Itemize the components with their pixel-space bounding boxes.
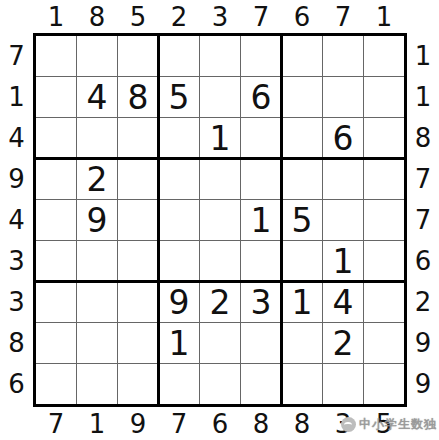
cell-r9c1[interactable]: [36, 364, 76, 404]
cell-r7c7[interactable]: 1: [282, 282, 322, 322]
cell-r3c6[interactable]: [241, 118, 281, 158]
cell-r4c2[interactable]: 2: [77, 159, 117, 199]
cell-r7c3[interactable]: [118, 282, 158, 322]
clue-top-3: 5: [118, 0, 158, 33]
clue-left-7: 3: [0, 282, 33, 322]
clue-top-7: 6: [282, 0, 322, 33]
clue-top-8: 7: [323, 0, 363, 33]
clue-left-4: 9: [0, 159, 33, 199]
cell-r6c6[interactable]: [241, 241, 281, 281]
cell-r3c8[interactable]: 6: [323, 118, 363, 158]
clue-bottom-5: 6: [200, 407, 240, 440]
clue-bottom-2: 1: [77, 407, 117, 440]
cell-r6c1[interactable]: [36, 241, 76, 281]
cell-r2c5[interactable]: [200, 77, 240, 117]
clue-bottom-1: 7: [36, 407, 76, 440]
cell-r9c2[interactable]: [77, 364, 117, 404]
clue-top-2: 8: [77, 0, 117, 33]
cell-r6c8[interactable]: 1: [323, 241, 363, 281]
cell-r2c9[interactable]: [364, 77, 404, 117]
cell-r1c6[interactable]: [241, 36, 281, 76]
clue-left-9: 6: [0, 364, 33, 404]
cell-r5c1[interactable]: [36, 200, 76, 240]
top-clues: 185237671: [33, 0, 407, 33]
cell-r1c1[interactable]: [36, 36, 76, 76]
cell-r3c3[interactable]: [118, 118, 158, 158]
cell-r5c4[interactable]: [159, 200, 199, 240]
clue-left-2: 1: [0, 77, 33, 117]
cell-r1c5[interactable]: [200, 36, 240, 76]
clue-right-3: 8: [407, 118, 439, 158]
cell-r6c7[interactable]: [282, 241, 322, 281]
clue-bottom-6: 8: [241, 407, 281, 440]
clue-bottom-9: 5: [364, 407, 404, 440]
clue-left-1: 7: [0, 36, 33, 76]
cell-r2c3[interactable]: 8: [118, 77, 158, 117]
cell-r6c2[interactable]: [77, 241, 117, 281]
cell-r8c2[interactable]: [77, 323, 117, 363]
cell-r9c8[interactable]: [323, 364, 363, 404]
sudoku-board: 485616291519231412: [33, 33, 407, 407]
cell-r8c6[interactable]: [241, 323, 281, 363]
cell-r6c4[interactable]: [159, 241, 199, 281]
cell-r5c9[interactable]: [364, 200, 404, 240]
cell-r9c5[interactable]: [200, 364, 240, 404]
cell-r2c4[interactable]: 5: [159, 77, 199, 117]
cell-r1c2[interactable]: [77, 36, 117, 76]
cell-r1c3[interactable]: [118, 36, 158, 76]
cell-r1c4[interactable]: [159, 36, 199, 76]
cell-r8c8[interactable]: 2: [323, 323, 363, 363]
cell-r8c7[interactable]: [282, 323, 322, 363]
clue-right-8: 9: [407, 323, 439, 363]
cell-r1c7[interactable]: [282, 36, 322, 76]
cell-r9c6[interactable]: [241, 364, 281, 404]
cell-r3c2[interactable]: [77, 118, 117, 158]
cell-r2c1[interactable]: [36, 77, 76, 117]
puzzle-page: 185237671 714943386 485616291519231412 1…: [0, 0, 439, 440]
cell-r4c5[interactable]: [200, 159, 240, 199]
cell-r1c8[interactable]: [323, 36, 363, 76]
cell-r7c1[interactable]: [36, 282, 76, 322]
cell-r4c3[interactable]: [118, 159, 158, 199]
clue-bottom-7: 8: [282, 407, 322, 440]
cell-r8c4[interactable]: 1: [159, 323, 199, 363]
clue-right-6: 6: [407, 241, 439, 281]
cell-r3c5[interactable]: 1: [200, 118, 240, 158]
cell-r8c1[interactable]: [36, 323, 76, 363]
cell-r4c4[interactable]: [159, 159, 199, 199]
cell-r9c9[interactable]: [364, 364, 404, 404]
cell-r2c8[interactable]: [323, 77, 363, 117]
clue-bottom-4: 7: [159, 407, 199, 440]
cell-r5c5[interactable]: [200, 200, 240, 240]
clue-right-4: 7: [407, 159, 439, 199]
cell-r7c8[interactable]: 4: [323, 282, 363, 322]
cell-r9c4[interactable]: [159, 364, 199, 404]
cell-r4c9[interactable]: [364, 159, 404, 199]
cell-r8c3[interactable]: [118, 323, 158, 363]
clue-top-9: 1: [364, 0, 404, 33]
cell-r6c9[interactable]: [364, 241, 404, 281]
clue-top-6: 7: [241, 0, 281, 33]
cell-r8c9[interactable]: [364, 323, 404, 363]
cell-r5c7[interactable]: 5: [282, 200, 322, 240]
box-border-horizontal-1: [36, 157, 404, 160]
clue-right-2: 1: [407, 77, 439, 117]
cell-r4c7[interactable]: [282, 159, 322, 199]
cell-r4c1[interactable]: [36, 159, 76, 199]
clue-left-8: 8: [0, 323, 33, 363]
cell-r6c3[interactable]: [118, 241, 158, 281]
box-border-vertical-1: [157, 36, 160, 404]
clue-right-1: 1: [407, 36, 439, 76]
cell-r7c4[interactable]: 9: [159, 282, 199, 322]
cell-r7c6[interactable]: 3: [241, 282, 281, 322]
clue-left-5: 4: [0, 200, 33, 240]
left-clues: 714943386: [0, 33, 33, 407]
cell-r3c4[interactable]: [159, 118, 199, 158]
cell-r5c6[interactable]: 1: [241, 200, 281, 240]
cell-r5c2[interactable]: 9: [77, 200, 117, 240]
clue-top-5: 3: [200, 0, 240, 33]
clue-bottom-8: 3: [323, 407, 363, 440]
cell-r1c9[interactable]: [364, 36, 404, 76]
cell-r6c5[interactable]: [200, 241, 240, 281]
clue-bottom-3: 9: [118, 407, 158, 440]
cell-r3c1[interactable]: [36, 118, 76, 158]
clue-left-6: 3: [0, 241, 33, 281]
clue-top-4: 2: [159, 0, 199, 33]
cell-r2c6[interactable]: 6: [241, 77, 281, 117]
bottom-clues: 719768835: [33, 407, 407, 440]
cell-r3c7[interactable]: [282, 118, 322, 158]
cell-r5c3[interactable]: [118, 200, 158, 240]
clue-left-3: 4: [0, 118, 33, 158]
box-border-horizontal-2: [36, 280, 404, 283]
cell-r5c8[interactable]: [323, 200, 363, 240]
cell-r9c3[interactable]: [118, 364, 158, 404]
cell-r7c9[interactable]: [364, 282, 404, 322]
cell-r2c7[interactable]: [282, 77, 322, 117]
cell-r7c2[interactable]: [77, 282, 117, 322]
cell-r2c2[interactable]: 4: [77, 77, 117, 117]
cell-r4c8[interactable]: [323, 159, 363, 199]
right-clues: 118776299: [407, 33, 439, 407]
clue-right-9: 9: [407, 364, 439, 404]
cell-r9c7[interactable]: [282, 364, 322, 404]
box-border-vertical-2: [280, 36, 283, 404]
clue-top-1: 1: [36, 0, 76, 33]
cell-r3c9[interactable]: [364, 118, 404, 158]
cell-r8c5[interactable]: [200, 323, 240, 363]
cell-r4c6[interactable]: [241, 159, 281, 199]
clue-right-5: 7: [407, 200, 439, 240]
cell-r7c5[interactable]: 2: [200, 282, 240, 322]
clue-right-7: 2: [407, 282, 439, 322]
